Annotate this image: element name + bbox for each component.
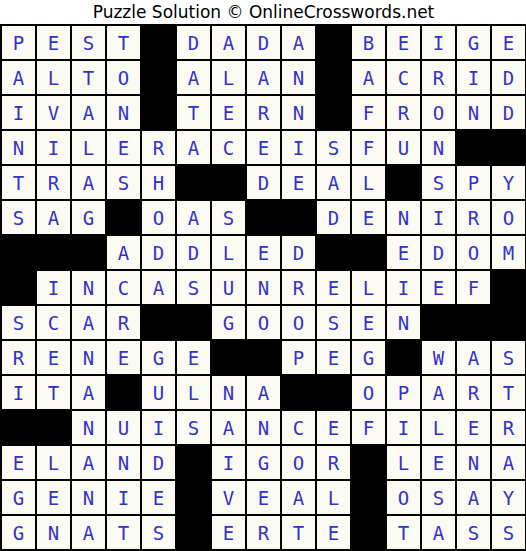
letter-cell: R (141, 130, 176, 165)
letter-cell: S (176, 410, 211, 445)
letter-cell: E (281, 165, 316, 200)
letter-cell: V (211, 480, 246, 515)
letter-cell: N (386, 200, 421, 235)
letter-cell: E (36, 480, 71, 515)
letter-cell: G (71, 200, 106, 235)
black-cell (421, 305, 456, 340)
letter-cell: L (386, 445, 421, 480)
letter-cell: S (141, 515, 176, 550)
letter-cell: A (316, 165, 351, 200)
letter-cell: L (351, 165, 386, 200)
black-cell (1, 410, 36, 445)
letter-cell: L (36, 60, 71, 95)
letter-cell: V (36, 95, 71, 130)
letter-cell: R (491, 410, 526, 445)
letter-cell: O (491, 200, 526, 235)
letter-cell: G (1, 515, 36, 550)
letter-cell: R (386, 95, 421, 130)
letter-cell: P (1, 25, 36, 60)
letter-cell: U (106, 410, 141, 445)
letter-cell: N (71, 410, 106, 445)
letter-cell: G (1, 480, 36, 515)
letter-cell: R (36, 165, 71, 200)
letter-cell: N (71, 480, 106, 515)
letter-cell: G (456, 25, 491, 60)
letter-cell: I (386, 270, 421, 305)
crossword-grid: PESTDADABEIGEALTOALANACRIDIVANTERNFRONDN… (0, 24, 526, 551)
letter-cell: I (1, 95, 36, 130)
black-cell (316, 375, 351, 410)
letter-cell: A (211, 25, 246, 60)
letter-cell: D (491, 60, 526, 95)
letter-cell: T (491, 375, 526, 410)
black-cell (316, 235, 351, 270)
letter-cell: E (141, 480, 176, 515)
letter-cell: T (106, 25, 141, 60)
black-cell (351, 235, 386, 270)
black-cell (211, 165, 246, 200)
letter-cell: A (246, 60, 281, 95)
black-cell (351, 515, 386, 550)
letter-cell: G (211, 305, 246, 340)
letter-cell: A (421, 515, 456, 550)
letter-cell: O (456, 235, 491, 270)
letter-cell: I (456, 60, 491, 95)
letter-cell: A (71, 95, 106, 130)
letter-cell: I (1, 375, 36, 410)
letter-cell: N (421, 130, 456, 165)
letter-cell: A (176, 200, 211, 235)
letter-cell: N (1, 130, 36, 165)
black-cell (106, 375, 141, 410)
letter-cell: A (71, 445, 106, 480)
letter-cell: D (491, 95, 526, 130)
letter-cell: E (36, 25, 71, 60)
letter-cell: F (351, 130, 386, 165)
letter-cell: I (106, 480, 141, 515)
black-cell (316, 25, 351, 60)
letter-cell: I (281, 130, 316, 165)
letter-cell: N (281, 95, 316, 130)
black-cell (106, 200, 141, 235)
letter-cell: A (491, 445, 526, 480)
letter-cell: I (211, 445, 246, 480)
letter-cell: R (1, 340, 36, 375)
letter-cell: N (71, 270, 106, 305)
black-cell (491, 130, 526, 165)
black-cell (316, 60, 351, 95)
letter-cell: D (141, 445, 176, 480)
letter-cell: L (36, 445, 71, 480)
letter-cell: R (456, 375, 491, 410)
letter-cell: S (491, 515, 526, 550)
letter-cell: N (456, 445, 491, 480)
black-cell (176, 305, 211, 340)
letter-cell: N (456, 95, 491, 130)
letter-cell: R (106, 305, 141, 340)
letter-cell: S (176, 270, 211, 305)
page-title: Puzzle Solution © OnlineCrosswords.net (0, 0, 526, 24)
letter-cell: C (36, 305, 71, 340)
letter-cell: A (36, 200, 71, 235)
letter-cell: I (421, 25, 456, 60)
letter-cell: F (351, 95, 386, 130)
letter-cell: T (36, 375, 71, 410)
letter-cell: N (246, 270, 281, 305)
letter-cell: S (456, 515, 491, 550)
letter-cell: U (141, 375, 176, 410)
letter-cell: W (421, 340, 456, 375)
black-cell (456, 305, 491, 340)
letter-cell: S (421, 480, 456, 515)
letter-cell: E (246, 480, 281, 515)
letter-cell: U (211, 270, 246, 305)
letter-cell: S (106, 165, 141, 200)
letter-cell: Y (491, 165, 526, 200)
letter-cell: O (141, 200, 176, 235)
letter-cell: D (421, 235, 456, 270)
letter-cell: A (141, 270, 176, 305)
letter-cell: D (141, 235, 176, 270)
letter-cell: L (71, 130, 106, 165)
black-cell (141, 25, 176, 60)
letter-cell: I (36, 270, 71, 305)
black-cell (176, 165, 211, 200)
black-cell (386, 165, 421, 200)
letter-cell: E (246, 235, 281, 270)
letter-cell: S (71, 25, 106, 60)
letter-cell: E (386, 25, 421, 60)
letter-cell: N (71, 340, 106, 375)
letter-cell: S (316, 305, 351, 340)
letter-cell: D (246, 25, 281, 60)
letter-cell: A (1, 60, 36, 95)
letter-cell: E (421, 445, 456, 480)
letter-cell: A (421, 375, 456, 410)
black-cell (281, 375, 316, 410)
letter-cell: L (176, 375, 211, 410)
letter-cell: S (1, 305, 36, 340)
letter-cell: R (246, 515, 281, 550)
letter-cell: N (281, 60, 316, 95)
black-cell (141, 95, 176, 130)
letter-cell: A (176, 130, 211, 165)
letter-cell: A (281, 480, 316, 515)
letter-cell: I (36, 130, 71, 165)
letter-cell: A (71, 515, 106, 550)
letter-cell: E (351, 200, 386, 235)
black-cell (351, 480, 386, 515)
letter-cell: E (1, 445, 36, 480)
letter-cell: S (421, 165, 456, 200)
letter-cell: E (211, 515, 246, 550)
letter-cell: A (71, 165, 106, 200)
letter-cell: D (246, 165, 281, 200)
letter-cell: D (316, 200, 351, 235)
letter-cell: T (386, 515, 421, 550)
letter-cell: O (386, 480, 421, 515)
letter-cell: E (106, 340, 141, 375)
letter-cell: O (351, 375, 386, 410)
letter-cell: C (211, 130, 246, 165)
letter-cell: A (71, 305, 106, 340)
black-cell (176, 480, 211, 515)
letter-cell: E (316, 410, 351, 445)
black-cell (1, 235, 36, 270)
letter-cell: Y (491, 480, 526, 515)
black-cell (281, 200, 316, 235)
letter-cell: T (71, 60, 106, 95)
black-cell (456, 130, 491, 165)
black-cell (246, 340, 281, 375)
black-cell (351, 445, 386, 480)
black-cell (491, 270, 526, 305)
letter-cell: G (141, 340, 176, 375)
letter-cell: N (36, 515, 71, 550)
letter-cell: P (456, 165, 491, 200)
letter-cell: A (351, 60, 386, 95)
letter-cell: P (386, 375, 421, 410)
letter-cell: R (281, 270, 316, 305)
letter-cell: T (1, 165, 36, 200)
letter-cell: D (176, 235, 211, 270)
black-cell (36, 410, 71, 445)
letter-cell: E (456, 410, 491, 445)
letter-cell: F (456, 270, 491, 305)
black-cell (1, 270, 36, 305)
letter-cell: L (211, 235, 246, 270)
letter-cell: E (351, 305, 386, 340)
letter-cell: T (281, 515, 316, 550)
letter-cell: A (246, 375, 281, 410)
letter-cell: S (491, 340, 526, 375)
black-cell (71, 235, 106, 270)
letter-cell: N (211, 375, 246, 410)
black-cell (36, 235, 71, 270)
letter-cell: A (456, 340, 491, 375)
letter-cell: L (316, 480, 351, 515)
letter-cell: P (281, 340, 316, 375)
letter-cell: C (386, 60, 421, 95)
letter-cell: R (246, 95, 281, 130)
black-cell (246, 200, 281, 235)
letter-cell: L (421, 410, 456, 445)
letter-cell: O (246, 305, 281, 340)
letter-cell: R (316, 445, 351, 480)
letter-cell: N (386, 305, 421, 340)
black-cell (316, 95, 351, 130)
letter-cell: E (36, 340, 71, 375)
letter-cell: N (106, 95, 141, 130)
letter-cell: N (106, 445, 141, 480)
letter-cell: E (176, 340, 211, 375)
letter-cell: S (211, 200, 246, 235)
black-cell (176, 515, 211, 550)
letter-cell: I (421, 200, 456, 235)
letter-cell: F (351, 410, 386, 445)
letter-cell: R (421, 60, 456, 95)
letter-cell: E (106, 130, 141, 165)
letter-cell: E (316, 270, 351, 305)
letter-cell: A (71, 375, 106, 410)
letter-cell: E (316, 515, 351, 550)
letter-cell: O (281, 445, 316, 480)
black-cell (176, 445, 211, 480)
letter-cell: N (246, 410, 281, 445)
letter-cell: S (1, 200, 36, 235)
black-cell (141, 60, 176, 95)
letter-cell: A (106, 235, 141, 270)
letter-cell: G (246, 445, 281, 480)
letter-cell: C (281, 410, 316, 445)
letter-cell: G (351, 340, 386, 375)
letter-cell: R (456, 200, 491, 235)
letter-cell: E (211, 95, 246, 130)
letter-cell: D (176, 25, 211, 60)
letter-cell: U (386, 130, 421, 165)
letter-cell: O (106, 60, 141, 95)
letter-cell: A (211, 410, 246, 445)
black-cell (211, 340, 246, 375)
letter-cell: C (106, 270, 141, 305)
letter-cell: A (456, 480, 491, 515)
letter-cell: L (351, 270, 386, 305)
letter-cell: O (421, 95, 456, 130)
letter-cell: I (386, 410, 421, 445)
letter-cell: I (141, 410, 176, 445)
letter-cell: E (316, 340, 351, 375)
letter-cell: H (141, 165, 176, 200)
letter-cell: A (176, 60, 211, 95)
letter-cell: L (211, 60, 246, 95)
letter-cell: S (316, 130, 351, 165)
letter-cell: E (386, 235, 421, 270)
letter-cell: E (421, 270, 456, 305)
letter-cell: D (281, 235, 316, 270)
letter-cell: E (246, 130, 281, 165)
letter-cell: E (491, 25, 526, 60)
black-cell (386, 340, 421, 375)
letter-cell: A (281, 25, 316, 60)
letter-cell: T (176, 95, 211, 130)
letter-cell: M (491, 235, 526, 270)
black-cell (141, 305, 176, 340)
letter-cell: O (281, 305, 316, 340)
puzzle-page: Puzzle Solution © OnlineCrosswords.net P… (0, 0, 526, 551)
black-cell (491, 305, 526, 340)
letter-cell: T (106, 515, 141, 550)
letter-cell: B (351, 25, 386, 60)
